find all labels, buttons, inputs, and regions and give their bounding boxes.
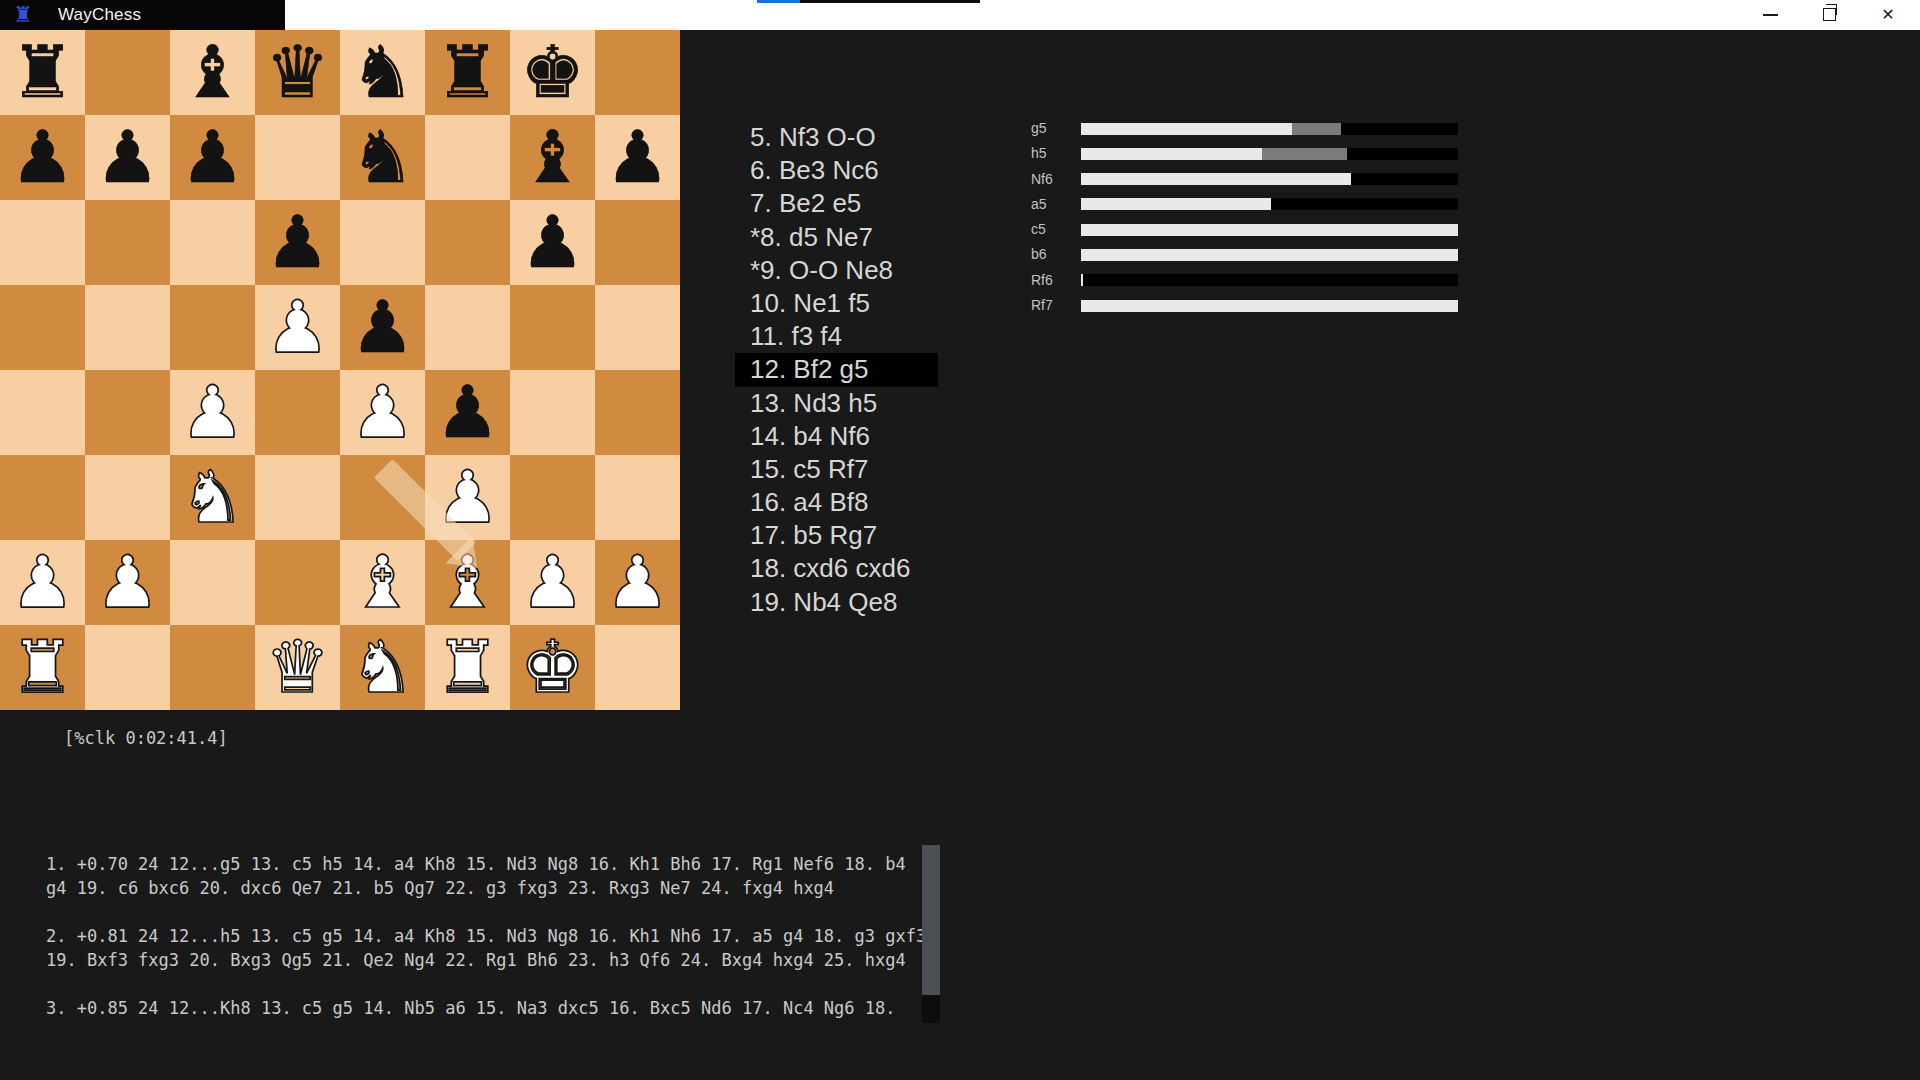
piece-black-rook: ♜ — [435, 30, 500, 115]
move-list-item[interactable]: 13. Nd3 h5 — [735, 387, 938, 420]
square-c7[interactable]: ♟ — [170, 115, 255, 200]
analysis-scrollbar-track[interactable] — [922, 845, 940, 1023]
square-h8[interactable] — [595, 30, 680, 115]
square-g1[interactable]: ♚ — [510, 625, 595, 710]
restore-icon — [1823, 8, 1836, 21]
square-e6[interactable] — [340, 200, 425, 285]
piece-black-king: ♚ — [520, 30, 585, 115]
candidate-move-label: g5 — [1031, 116, 1047, 141]
close-icon: ✕ — [1881, 5, 1894, 24]
move-list: 5. Nf3 O-O6. Be3 Nc67. Be2 e5*8. d5 Ne7*… — [735, 121, 938, 619]
app-title: WayChess — [58, 5, 141, 25]
square-b8[interactable] — [85, 30, 170, 115]
square-c3[interactable]: ♞ — [170, 455, 255, 540]
piece-black-queen: ♛ — [265, 30, 330, 115]
analysis-line: 19. Bxf3 fxg3 20. Bxg3 Qg5 21. Qe2 Ng4 2… — [46, 948, 926, 972]
square-e4[interactable]: ♟ — [340, 370, 425, 455]
piece-white-knight: ♞ — [350, 625, 415, 710]
square-h4[interactable] — [595, 370, 680, 455]
close-button[interactable]: ✕ — [1866, 0, 1910, 29]
square-e8[interactable]: ♞ — [340, 30, 425, 115]
wdl-bar — [1081, 224, 1458, 236]
move-list-item[interactable]: 16. a4 Bf8 — [735, 486, 938, 519]
piece-white-pawn: ♟ — [605, 540, 670, 625]
piece-black-knight: ♞ — [350, 115, 415, 200]
square-b5[interactable] — [85, 285, 170, 370]
square-g6[interactable]: ♟ — [510, 200, 595, 285]
move-list-item[interactable]: 10. Ne1 f5 — [735, 287, 938, 320]
square-g4[interactable] — [510, 370, 595, 455]
minimize-button[interactable] — [1748, 0, 1792, 29]
wdl-segment-win — [1081, 300, 1458, 312]
move-list-item[interactable]: 5. Nf3 O-O — [735, 121, 938, 154]
square-f8[interactable]: ♜ — [425, 30, 510, 115]
square-b4[interactable] — [85, 370, 170, 455]
move-list-item[interactable]: *8. d5 Ne7 — [735, 221, 938, 254]
piece-black-pawn: ♟ — [180, 115, 245, 200]
piece-white-pawn: ♟ — [95, 540, 160, 625]
square-h7[interactable]: ♟ — [595, 115, 680, 200]
square-e5[interactable]: ♟ — [340, 285, 425, 370]
candidate-bar-row-Nf6[interactable]: Nf6 — [1031, 167, 1461, 192]
square-f1[interactable]: ♜ — [425, 625, 510, 710]
square-c8[interactable]: ♝ — [170, 30, 255, 115]
move-list-item[interactable]: 15. c5 Rf7 — [735, 453, 938, 486]
square-d5[interactable]: ♟ — [255, 285, 340, 370]
square-g7[interactable]: ♝ — [510, 115, 595, 200]
candidate-move-label: Rf6 — [1031, 268, 1053, 293]
square-d2[interactable] — [255, 540, 340, 625]
wdl-segment-loss — [1341, 123, 1458, 135]
analysis-scrollbar-thumb[interactable] — [922, 845, 940, 995]
piece-white-bishop: ♝ — [350, 540, 415, 625]
piece-black-pawn: ♟ — [605, 115, 670, 200]
square-h2[interactable]: ♟ — [595, 540, 680, 625]
piece-black-pawn: ♟ — [95, 115, 160, 200]
square-g8[interactable]: ♚ — [510, 30, 595, 115]
analysis-line — [46, 972, 926, 996]
wdl-bar — [1081, 198, 1458, 210]
wdl-bar — [1081, 249, 1458, 261]
move-list-item[interactable]: 11. f3 f4 — [735, 320, 938, 353]
square-e1[interactable]: ♞ — [340, 625, 425, 710]
wdl-bar — [1081, 123, 1458, 135]
piece-white-pawn: ♟ — [350, 370, 415, 455]
piece-white-rook: ♜ — [10, 625, 75, 710]
candidate-bar-row-a5[interactable]: a5 — [1031, 192, 1461, 217]
candidate-bar-row-b6[interactable]: b6 — [1031, 242, 1461, 267]
piece-black-knight: ♞ — [350, 30, 415, 115]
square-h3[interactable] — [595, 455, 680, 540]
piece-white-king: ♚ — [520, 625, 585, 710]
wdl-segment-loss — [1271, 198, 1458, 210]
top-border-black-strip — [800, 0, 980, 3]
piece-black-pawn: ♟ — [435, 370, 500, 455]
candidate-bar-row-Rf6[interactable]: Rf6 — [1031, 268, 1461, 293]
wdl-segment-win — [1081, 198, 1271, 210]
move-list-item[interactable]: *9. O-O Ne8 — [735, 254, 938, 287]
square-b2[interactable]: ♟ — [85, 540, 170, 625]
square-f6[interactable] — [425, 200, 510, 285]
square-c4[interactable]: ♟ — [170, 370, 255, 455]
move-list-item[interactable]: 19. Nb4 Qe8 — [735, 586, 938, 619]
piece-black-pawn: ♟ — [10, 115, 75, 200]
candidate-move-label: Nf6 — [1031, 167, 1053, 192]
square-b6[interactable] — [85, 200, 170, 285]
square-a8[interactable]: ♜ — [0, 30, 85, 115]
piece-white-pawn: ♟ — [10, 540, 75, 625]
square-d8[interactable]: ♛ — [255, 30, 340, 115]
analysis-line: 1. +0.70 24 12...g5 13. c5 h5 14. a4 Kh8… — [46, 852, 926, 876]
wdl-segment-win — [1081, 224, 1458, 236]
square-f4[interactable]: ♟ — [425, 370, 510, 455]
square-d1[interactable]: ♛ — [255, 625, 340, 710]
square-h6[interactable] — [595, 200, 680, 285]
piece-black-rook: ♜ — [10, 30, 75, 115]
square-a7[interactable]: ♟ — [0, 115, 85, 200]
candidate-bar-row-g5[interactable]: g5 — [1031, 116, 1461, 141]
clock-annotation: [%clk 0:02:41.4] — [64, 728, 228, 748]
wdl-segment-win — [1081, 123, 1292, 135]
title-bar-app-section: ♜ WayChess — [0, 0, 285, 30]
square-h1[interactable] — [595, 625, 680, 710]
analysis-line: g4 19. c6 bxc6 20. dxc6 Qe7 21. b5 Qg7 2… — [46, 876, 926, 900]
piece-black-bishop: ♝ — [520, 115, 585, 200]
candidate-move-bars: g5h5Nf6a5c5b6Rf6Rf7 — [1031, 116, 1461, 318]
maximize-restore-button[interactable] — [1807, 0, 1851, 29]
piece-white-pawn: ♟ — [265, 285, 330, 370]
top-border-blue-strip — [757, 0, 800, 3]
piece-white-pawn: ♟ — [520, 540, 585, 625]
square-b1[interactable] — [85, 625, 170, 710]
move-list-item[interactable]: 6. Be3 Nc6 — [735, 154, 938, 187]
square-d6[interactable]: ♟ — [255, 200, 340, 285]
move-list-item[interactable]: 17. b5 Rg7 — [735, 519, 938, 552]
candidate-move-label: b6 — [1031, 242, 1047, 267]
move-list-item[interactable]: 7. Be2 e5 — [735, 187, 938, 220]
analysis-line: 2. +0.81 24 12...h5 13. c5 g5 14. a4 Kh8… — [46, 924, 926, 948]
wdl-bar — [1081, 148, 1458, 160]
wdl-segment-win — [1081, 148, 1262, 160]
wdl-bar — [1081, 274, 1458, 286]
piece-white-rook: ♜ — [435, 625, 500, 710]
piece-black-pawn: ♟ — [265, 200, 330, 285]
move-list-item-selected[interactable]: 12. Bf2 g5 — [735, 353, 938, 386]
minimize-icon — [1763, 14, 1778, 16]
wdl-segment-loss — [1351, 173, 1458, 185]
piece-white-pawn: ♟ — [180, 370, 245, 455]
square-a6[interactable] — [0, 200, 85, 285]
wdl-segment-loss — [1083, 274, 1458, 286]
analysis-line — [46, 900, 926, 924]
candidate-move-label: h5 — [1031, 141, 1047, 166]
wdl-segment-draw — [1262, 148, 1347, 160]
wdl-segment-win — [1081, 173, 1351, 185]
title-bar: ♜ WayChess ✕ — [0, 0, 1920, 30]
candidate-move-label: Rf7 — [1031, 293, 1053, 318]
wdl-bar — [1081, 173, 1458, 185]
candidate-bar-row-c5[interactable]: c5 — [1031, 217, 1461, 242]
piece-black-bishop: ♝ — [180, 30, 245, 115]
square-a5[interactable] — [0, 285, 85, 370]
wdl-segment-win — [1081, 249, 1458, 261]
candidate-move-label: a5 — [1031, 192, 1047, 217]
wdl-segment-loss — [1347, 148, 1458, 160]
engine-analysis-text: 1. +0.70 24 12...g5 13. c5 h5 14. a4 Kh8… — [46, 852, 926, 1020]
analysis-line: 3. +0.85 24 12...Kh8 13. c5 g5 14. Nb5 a… — [46, 996, 926, 1020]
candidate-bar-row-Rf7[interactable]: Rf7 — [1031, 293, 1461, 318]
square-a1[interactable]: ♜ — [0, 625, 85, 710]
app-icon: ♜ — [10, 3, 36, 27]
square-d4[interactable] — [255, 370, 340, 455]
square-a3[interactable] — [0, 455, 85, 540]
square-c2[interactable] — [170, 540, 255, 625]
square-b7[interactable]: ♟ — [85, 115, 170, 200]
square-g2[interactable]: ♟ — [510, 540, 595, 625]
piece-white-knight: ♞ — [180, 455, 245, 540]
move-list-item[interactable]: 18. cxd6 cxd6 — [735, 552, 938, 585]
square-f7[interactable] — [425, 115, 510, 200]
square-h5[interactable] — [595, 285, 680, 370]
wdl-bar — [1081, 300, 1458, 312]
piece-black-pawn: ♟ — [350, 285, 415, 370]
square-b3[interactable] — [85, 455, 170, 540]
square-d7[interactable] — [255, 115, 340, 200]
square-a4[interactable] — [0, 370, 85, 455]
square-g3[interactable] — [510, 455, 595, 540]
candidate-move-label: c5 — [1031, 217, 1046, 242]
candidate-bar-row-h5[interactable]: h5 — [1031, 141, 1461, 166]
square-c5[interactable] — [170, 285, 255, 370]
piece-white-queen: ♛ — [265, 625, 330, 710]
square-d3[interactable] — [255, 455, 340, 540]
wdl-segment-draw — [1292, 123, 1341, 135]
chess-board[interactable]: ♜♝♛♞♜♚♟♟♟♞♝♟♟♟♟♟♟♟♟♞♟♟♟♝♝♟♟♜♛♞♜♚ — [0, 30, 680, 710]
piece-black-pawn: ♟ — [520, 200, 585, 285]
square-c1[interactable] — [170, 625, 255, 710]
square-f5[interactable] — [425, 285, 510, 370]
move-list-item[interactable]: 14. b4 Nf6 — [735, 420, 938, 453]
square-e2[interactable]: ♝ — [340, 540, 425, 625]
square-g5[interactable] — [510, 285, 595, 370]
square-e7[interactable]: ♞ — [340, 115, 425, 200]
square-a2[interactable]: ♟ — [0, 540, 85, 625]
square-c6[interactable] — [170, 200, 255, 285]
